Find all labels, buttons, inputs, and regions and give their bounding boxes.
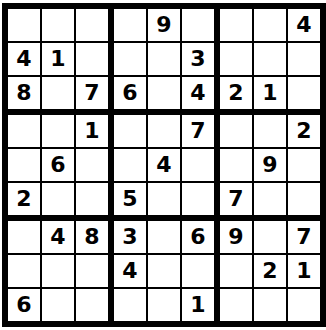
cell-r6c8[interactable] <box>254 183 288 221</box>
given-digit: 8 <box>16 82 31 104</box>
cell-r2c9[interactable] <box>288 43 320 77</box>
cell-r7c7[interactable]: 9 <box>220 221 254 255</box>
given-digit: 1 <box>296 260 311 282</box>
cell-r9c7[interactable] <box>220 289 254 321</box>
cell-r9c4[interactable] <box>114 289 148 321</box>
cell-r2c4[interactable] <box>114 43 148 77</box>
cell-r4c7[interactable] <box>220 115 254 149</box>
cell-r2c2[interactable]: 1 <box>42 43 76 77</box>
cell-r4c5[interactable] <box>148 115 182 149</box>
cell-r3c8[interactable]: 1 <box>254 77 288 115</box>
given-digit: 7 <box>296 226 311 248</box>
cell-r4c4[interactable] <box>114 115 148 149</box>
cell-r3c5[interactable] <box>148 77 182 115</box>
cell-r5c3[interactable] <box>76 149 114 183</box>
cell-r8c5[interactable] <box>148 255 182 289</box>
cell-r7c2[interactable]: 4 <box>42 221 76 255</box>
given-digit: 1 <box>190 294 205 316</box>
cell-r6c7[interactable]: 7 <box>220 183 254 221</box>
cell-r3c4[interactable]: 6 <box>114 77 148 115</box>
given-digit: 3 <box>190 48 205 70</box>
cell-r2c7[interactable] <box>220 43 254 77</box>
cell-r7c4[interactable]: 3 <box>114 221 148 255</box>
cell-r2c5[interactable] <box>148 43 182 77</box>
given-digit: 2 <box>296 120 311 142</box>
cell-r1c4[interactable] <box>114 9 148 43</box>
cell-r9c8[interactable] <box>254 289 288 321</box>
cell-r8c3[interactable] <box>76 255 114 289</box>
cell-r4c2[interactable] <box>42 115 76 149</box>
cell-r5c4[interactable] <box>114 149 148 183</box>
given-digit: 9 <box>228 226 243 248</box>
cell-r9c2[interactable] <box>42 289 76 321</box>
cell-r6c6[interactable] <box>182 183 220 221</box>
cell-r4c3[interactable]: 1 <box>76 115 114 149</box>
cell-r1c8[interactable] <box>254 9 288 43</box>
cell-r5c6[interactable] <box>182 149 220 183</box>
cell-r3c6[interactable]: 4 <box>182 77 220 115</box>
cell-r4c1[interactable] <box>8 115 42 149</box>
given-digit: 4 <box>156 154 171 176</box>
cell-r3c3[interactable]: 7 <box>76 77 114 115</box>
given-digit: 5 <box>122 188 137 210</box>
given-digit: 1 <box>84 120 99 142</box>
cell-r8c8[interactable]: 2 <box>254 255 288 289</box>
given-digit: 2 <box>16 188 31 210</box>
cell-r5c1[interactable] <box>8 149 42 183</box>
cell-r9c9[interactable] <box>288 289 320 321</box>
cell-r1c5[interactable]: 9 <box>148 9 182 43</box>
cell-r5c2[interactable]: 6 <box>42 149 76 183</box>
given-digit: 1 <box>50 48 65 70</box>
cell-r3c1[interactable]: 8 <box>8 77 42 115</box>
cell-r2c3[interactable] <box>76 43 114 77</box>
cell-r9c1[interactable]: 6 <box>8 289 42 321</box>
cell-r2c8[interactable] <box>254 43 288 77</box>
given-digit: 6 <box>50 154 65 176</box>
given-digit: 8 <box>84 226 99 248</box>
cell-r7c1[interactable] <box>8 221 42 255</box>
given-digit: 1 <box>262 82 277 104</box>
cell-r8c6[interactable] <box>182 255 220 289</box>
cell-r6c3[interactable] <box>76 183 114 221</box>
given-digit: 2 <box>262 260 277 282</box>
cell-r8c9[interactable]: 1 <box>288 255 320 289</box>
cell-r6c4[interactable]: 5 <box>114 183 148 221</box>
cell-r6c5[interactable] <box>148 183 182 221</box>
given-digit: 4 <box>16 48 31 70</box>
cell-r5c8[interactable]: 9 <box>254 149 288 183</box>
cell-r1c2[interactable] <box>42 9 76 43</box>
cell-r1c6[interactable] <box>182 9 220 43</box>
cell-r7c3[interactable]: 8 <box>76 221 114 255</box>
cell-r1c9[interactable]: 4 <box>288 9 320 43</box>
given-digit: 4 <box>50 226 65 248</box>
given-digit: 9 <box>262 154 277 176</box>
cell-r3c2[interactable] <box>42 77 76 115</box>
given-digit: 7 <box>228 188 243 210</box>
cell-r3c9[interactable] <box>288 77 320 115</box>
given-digit: 7 <box>190 120 205 142</box>
cell-r6c1[interactable]: 2 <box>8 183 42 221</box>
cell-r5c9[interactable] <box>288 149 320 183</box>
given-digit: 6 <box>122 82 137 104</box>
given-digit: 4 <box>122 260 137 282</box>
given-digit: 2 <box>228 82 243 104</box>
cell-r5c5[interactable]: 4 <box>148 149 182 183</box>
cell-r9c6[interactable]: 1 <box>182 289 220 321</box>
given-digit: 3 <box>122 226 137 248</box>
cell-r1c7[interactable] <box>220 9 254 43</box>
cell-r9c3[interactable] <box>76 289 114 321</box>
given-digit: 6 <box>16 294 31 316</box>
sudoku-page: 9441387642117264925748369742161 <box>0 0 326 330</box>
cell-r8c1[interactable] <box>8 255 42 289</box>
cell-r7c9[interactable]: 7 <box>288 221 320 255</box>
cell-r4c9[interactable]: 2 <box>288 115 320 149</box>
cell-r4c8[interactable] <box>254 115 288 149</box>
cell-r1c3[interactable] <box>76 9 114 43</box>
cell-r1c1[interactable] <box>8 9 42 43</box>
given-digit: 9 <box>156 14 171 36</box>
cell-r6c9[interactable] <box>288 183 320 221</box>
cell-r7c5[interactable] <box>148 221 182 255</box>
cell-r3c7[interactable]: 2 <box>220 77 254 115</box>
cell-r8c4[interactable]: 4 <box>114 255 148 289</box>
sudoku-board: 9441387642117264925748369742161 <box>2 3 326 327</box>
given-digit: 4 <box>190 82 205 104</box>
given-digit: 4 <box>296 14 311 36</box>
given-digit: 7 <box>84 82 99 104</box>
cell-r5c7[interactable] <box>220 149 254 183</box>
given-digit: 6 <box>190 226 205 248</box>
cell-r7c6[interactable]: 6 <box>182 221 220 255</box>
cell-r4c6[interactable]: 7 <box>182 115 220 149</box>
cell-r7c8[interactable] <box>254 221 288 255</box>
cell-r9c5[interactable] <box>148 289 182 321</box>
cell-r6c2[interactable] <box>42 183 76 221</box>
cell-r2c6[interactable]: 3 <box>182 43 220 77</box>
cell-r8c7[interactable] <box>220 255 254 289</box>
cell-r2c1[interactable]: 4 <box>8 43 42 77</box>
cell-r8c2[interactable] <box>42 255 76 289</box>
